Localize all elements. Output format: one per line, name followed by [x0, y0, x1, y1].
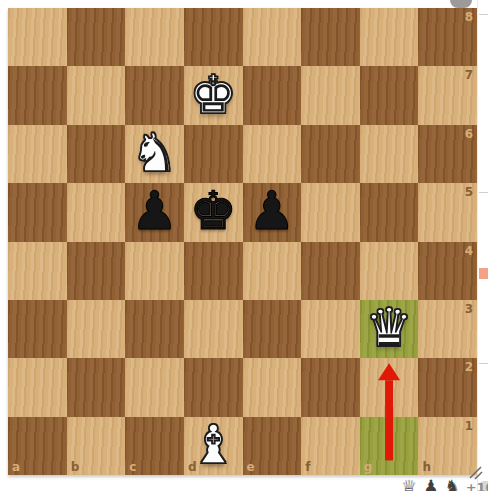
- square-a3[interactable]: [8, 300, 67, 358]
- square-a2[interactable]: [8, 358, 67, 416]
- file-label-g: g: [364, 461, 373, 473]
- knight-icon: ♞: [444, 478, 459, 491]
- square-g7[interactable]: [360, 66, 419, 124]
- queen-icon: ♕: [401, 478, 417, 491]
- black-king-d5[interactable]: ♚: [184, 183, 243, 241]
- square-e8[interactable]: [243, 8, 302, 66]
- rank-label-8: 8: [465, 11, 473, 23]
- black-pawn-e5[interactable]: ♟: [243, 183, 302, 241]
- white-queen-g3[interactable]: ♛: [360, 300, 419, 358]
- square-b4[interactable]: [67, 242, 126, 300]
- rank-label-4: 4: [465, 245, 473, 257]
- square-d2[interactable]: [184, 358, 243, 416]
- file-label-b: b: [71, 461, 80, 473]
- side-panel-edge: [477, 0, 488, 491]
- square-f5[interactable]: [301, 183, 360, 241]
- square-f8[interactable]: [301, 8, 360, 66]
- square-f7[interactable]: [301, 66, 360, 124]
- square-a5[interactable]: [8, 183, 67, 241]
- square-e7[interactable]: [243, 66, 302, 124]
- rank-label-6: 6: [465, 128, 473, 140]
- square-a8[interactable]: [8, 8, 67, 66]
- page: { "game": "chess", "position": { "fen": …: [0, 0, 488, 491]
- square-b3[interactable]: [67, 300, 126, 358]
- black-pawn-c5[interactable]: ♟: [125, 183, 184, 241]
- side-panel-separator: [479, 192, 488, 193]
- square-e4[interactable]: [243, 242, 302, 300]
- square-b8[interactable]: [67, 8, 126, 66]
- square-b7[interactable]: [67, 66, 126, 124]
- square-e3[interactable]: [243, 300, 302, 358]
- square-a4[interactable]: [8, 242, 67, 300]
- square-g8[interactable]: [360, 8, 419, 66]
- square-c8[interactable]: [125, 8, 184, 66]
- square-f2[interactable]: [301, 358, 360, 416]
- square-c2[interactable]: [125, 358, 184, 416]
- file-label-e: e: [247, 461, 255, 473]
- square-f6[interactable]: [301, 125, 360, 183]
- square-d8[interactable]: [184, 8, 243, 66]
- square-b6[interactable]: [67, 125, 126, 183]
- pawn-icon: ♟: [423, 478, 438, 491]
- side-panel-separator: [479, 14, 488, 15]
- square-g6[interactable]: [360, 125, 419, 183]
- square-a6[interactable]: [8, 125, 67, 183]
- square-d4[interactable]: [184, 242, 243, 300]
- square-d6[interactable]: [184, 125, 243, 183]
- square-c7[interactable]: [125, 66, 184, 124]
- square-g2[interactable]: [360, 358, 419, 416]
- square-b5[interactable]: [67, 183, 126, 241]
- file-label-f: f: [305, 461, 310, 473]
- square-b2[interactable]: [67, 358, 126, 416]
- white-knight-c6[interactable]: ♞: [125, 125, 184, 183]
- square-e6[interactable]: [243, 125, 302, 183]
- white-bishop-d1[interactable]: ♝: [184, 417, 243, 475]
- square-g4[interactable]: [360, 242, 419, 300]
- rank-label-3: 3: [465, 303, 473, 315]
- side-panel-marker: [479, 268, 488, 279]
- square-c4[interactable]: [125, 242, 184, 300]
- rank-label-7: 7: [465, 69, 473, 81]
- square-f3[interactable]: [301, 300, 360, 358]
- square-g5[interactable]: [360, 183, 419, 241]
- rank-label-2: 2: [465, 361, 473, 373]
- rank-label-1: 1: [465, 420, 473, 432]
- square-e2[interactable]: [243, 358, 302, 416]
- board-resize-handle[interactable]: [467, 464, 484, 481]
- file-label-h: h: [422, 461, 431, 473]
- file-label-a: a: [12, 461, 20, 473]
- file-label-c: c: [129, 461, 136, 473]
- rank-label-5: 5: [465, 186, 473, 198]
- square-a7[interactable]: [8, 66, 67, 124]
- square-d3[interactable]: [184, 300, 243, 358]
- white-king-d7[interactable]: ♚: [184, 66, 243, 124]
- square-c3[interactable]: [125, 300, 184, 358]
- chess-board: abcdefgh87654321♚♞♟♚♟♛♝: [8, 8, 477, 475]
- side-panel-separator: [479, 363, 488, 364]
- square-f4[interactable]: [301, 242, 360, 300]
- cropped-icon[interactable]: [450, 0, 472, 8]
